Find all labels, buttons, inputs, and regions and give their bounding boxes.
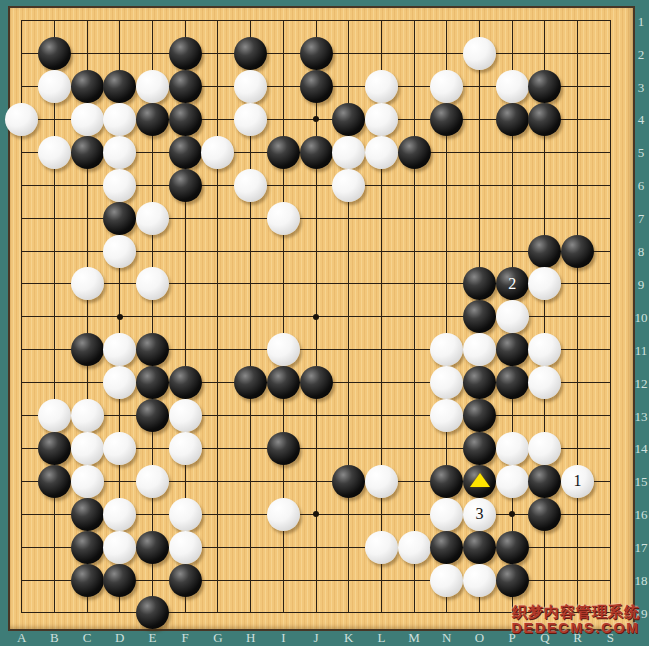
stone-white[interactable] bbox=[103, 136, 136, 169]
stone-white[interactable] bbox=[528, 267, 561, 300]
stone-black[interactable] bbox=[528, 103, 561, 136]
stone-white[interactable] bbox=[169, 498, 202, 531]
stone-black[interactable] bbox=[267, 432, 300, 465]
stone-white[interactable] bbox=[430, 333, 463, 366]
stone-black[interactable] bbox=[169, 103, 202, 136]
stone-black[interactable] bbox=[463, 267, 496, 300]
stone-white[interactable] bbox=[398, 531, 431, 564]
stone-white[interactable] bbox=[365, 70, 398, 103]
go-app: ABCDEFGHIJKLMNOPQRS123456789101112131415… bbox=[0, 0, 649, 646]
stone-black[interactable] bbox=[300, 366, 333, 399]
stone-white[interactable] bbox=[430, 498, 463, 531]
stone-white[interactable] bbox=[103, 333, 136, 366]
column-label: I bbox=[273, 631, 293, 644]
stone-black[interactable] bbox=[463, 432, 496, 465]
row-label: 13 bbox=[630, 410, 649, 423]
column-label: A bbox=[12, 631, 32, 644]
stone-white[interactable] bbox=[267, 333, 300, 366]
star-point bbox=[313, 116, 319, 122]
stone-black[interactable] bbox=[38, 37, 71, 70]
stone-white[interactable] bbox=[136, 70, 169, 103]
stone-black[interactable] bbox=[267, 366, 300, 399]
stone-black[interactable] bbox=[71, 531, 104, 564]
stone-black[interactable] bbox=[528, 70, 561, 103]
row-label: 1 bbox=[630, 15, 649, 28]
stone-black[interactable] bbox=[398, 136, 431, 169]
board-overlay: ABCDEFGHIJKLMNOPQRS123456789101112131415… bbox=[0, 0, 649, 646]
stone-white[interactable] bbox=[234, 169, 267, 202]
stone-white[interactable] bbox=[71, 399, 104, 432]
stone-black[interactable] bbox=[136, 366, 169, 399]
stone-black[interactable] bbox=[234, 366, 267, 399]
stone-black[interactable] bbox=[71, 564, 104, 597]
stone-white[interactable] bbox=[365, 136, 398, 169]
column-label: F bbox=[175, 631, 195, 644]
row-label: 10 bbox=[630, 311, 649, 324]
stone-black[interactable] bbox=[267, 136, 300, 169]
stone-white[interactable] bbox=[103, 103, 136, 136]
stone-white[interactable] bbox=[430, 399, 463, 432]
move-number-label: 3 bbox=[476, 506, 484, 522]
stone-white[interactable] bbox=[234, 70, 267, 103]
column-label: M bbox=[404, 631, 424, 644]
row-label: 17 bbox=[630, 541, 649, 554]
stone-white[interactable] bbox=[38, 70, 71, 103]
stone-black[interactable] bbox=[430, 103, 463, 136]
stone-black[interactable] bbox=[136, 531, 169, 564]
stone-black[interactable] bbox=[496, 531, 529, 564]
stone-black[interactable]: 2 bbox=[496, 267, 529, 300]
star-point bbox=[509, 511, 515, 517]
stone-black[interactable] bbox=[38, 432, 71, 465]
grid-line-horizontal bbox=[21, 415, 611, 416]
stone-white[interactable] bbox=[430, 564, 463, 597]
stone-black[interactable] bbox=[332, 103, 365, 136]
stone-black[interactable] bbox=[528, 235, 561, 268]
stone-black[interactable] bbox=[169, 564, 202, 597]
stone-black[interactable] bbox=[496, 103, 529, 136]
stone-white[interactable] bbox=[234, 103, 267, 136]
stone-white[interactable] bbox=[365, 103, 398, 136]
stone-white[interactable] bbox=[5, 103, 38, 136]
stone-white[interactable] bbox=[136, 267, 169, 300]
stone-black[interactable] bbox=[136, 103, 169, 136]
stone-white[interactable] bbox=[496, 300, 529, 333]
stone-black[interactable] bbox=[103, 70, 136, 103]
grid-line-vertical bbox=[577, 20, 578, 613]
stone-black[interactable] bbox=[71, 70, 104, 103]
move-number-label: 2 bbox=[508, 276, 516, 292]
stone-white[interactable] bbox=[38, 399, 71, 432]
stone-white[interactable]: 3 bbox=[463, 498, 496, 531]
stone-white[interactable] bbox=[463, 37, 496, 70]
stone-black[interactable] bbox=[136, 333, 169, 366]
stone-white[interactable] bbox=[103, 432, 136, 465]
stone-black[interactable] bbox=[136, 596, 169, 629]
star-point bbox=[117, 314, 123, 320]
stone-white[interactable] bbox=[201, 136, 234, 169]
row-label: 3 bbox=[630, 81, 649, 94]
stone-black[interactable] bbox=[71, 498, 104, 531]
stone-white[interactable] bbox=[267, 498, 300, 531]
stone-black[interactable] bbox=[463, 300, 496, 333]
column-label: K bbox=[339, 631, 359, 644]
stone-black[interactable] bbox=[103, 564, 136, 597]
column-label: E bbox=[143, 631, 163, 644]
triangle-marker bbox=[470, 473, 490, 487]
stone-black[interactable] bbox=[463, 531, 496, 564]
stone-white[interactable] bbox=[103, 531, 136, 564]
move-number-label: 1 bbox=[574, 473, 582, 489]
column-label: D bbox=[110, 631, 130, 644]
row-label: 9 bbox=[630, 278, 649, 291]
column-label: H bbox=[241, 631, 261, 644]
column-label: G bbox=[208, 631, 228, 644]
row-label: 15 bbox=[630, 475, 649, 488]
stone-black[interactable] bbox=[430, 465, 463, 498]
stone-black[interactable] bbox=[300, 136, 333, 169]
stone-white[interactable] bbox=[365, 531, 398, 564]
stone-white[interactable] bbox=[496, 465, 529, 498]
stone-white[interactable] bbox=[38, 136, 71, 169]
stone-white[interactable] bbox=[496, 432, 529, 465]
stone-white[interactable]: 1 bbox=[561, 465, 594, 498]
stone-white[interactable] bbox=[430, 366, 463, 399]
row-label: 12 bbox=[630, 377, 649, 390]
row-label: 5 bbox=[630, 146, 649, 159]
stone-white[interactable] bbox=[103, 366, 136, 399]
stone-white[interactable] bbox=[71, 267, 104, 300]
stone-black[interactable] bbox=[38, 465, 71, 498]
stone-white[interactable] bbox=[71, 465, 104, 498]
stone-white[interactable] bbox=[169, 531, 202, 564]
stone-black[interactable] bbox=[169, 169, 202, 202]
column-label: C bbox=[77, 631, 97, 644]
column-label: O bbox=[470, 631, 490, 644]
stone-white[interactable] bbox=[103, 498, 136, 531]
stone-white[interactable] bbox=[332, 169, 365, 202]
stone-white[interactable] bbox=[71, 432, 104, 465]
watermark: 织梦内容管理系统 DEDECMS.COM bbox=[511, 604, 640, 636]
stone-black[interactable] bbox=[71, 333, 104, 366]
stone-black[interactable] bbox=[528, 465, 561, 498]
watermark-line2: DEDECMS.COM bbox=[511, 621, 640, 637]
stone-black[interactable] bbox=[234, 37, 267, 70]
row-label: 7 bbox=[630, 212, 649, 225]
stone-black[interactable] bbox=[496, 333, 529, 366]
stone-black[interactable] bbox=[169, 366, 202, 399]
stone-black[interactable] bbox=[496, 564, 529, 597]
stone-white[interactable] bbox=[528, 366, 561, 399]
stone-black[interactable] bbox=[169, 37, 202, 70]
stone-black[interactable] bbox=[169, 70, 202, 103]
grid-line-vertical bbox=[414, 20, 415, 613]
stone-white[interactable] bbox=[496, 70, 529, 103]
stone-white[interactable] bbox=[136, 465, 169, 498]
column-label: L bbox=[371, 631, 391, 644]
stone-white[interactable] bbox=[528, 432, 561, 465]
stone-white[interactable] bbox=[332, 136, 365, 169]
stone-black[interactable] bbox=[300, 37, 333, 70]
stone-white[interactable] bbox=[169, 432, 202, 465]
stone-white[interactable] bbox=[169, 399, 202, 432]
column-label: B bbox=[44, 631, 64, 644]
column-label: J bbox=[306, 631, 326, 644]
stone-white[interactable] bbox=[463, 333, 496, 366]
stone-white[interactable] bbox=[136, 202, 169, 235]
row-label: 2 bbox=[630, 48, 649, 61]
stone-black[interactable] bbox=[169, 136, 202, 169]
grid-line-vertical bbox=[610, 20, 611, 613]
stone-black[interactable] bbox=[528, 498, 561, 531]
stone-black[interactable] bbox=[300, 70, 333, 103]
star-point bbox=[313, 511, 319, 517]
stone-black[interactable] bbox=[136, 399, 169, 432]
stone-white[interactable] bbox=[71, 103, 104, 136]
row-label: 14 bbox=[630, 442, 649, 455]
row-label: 16 bbox=[630, 508, 649, 521]
column-label: N bbox=[437, 631, 457, 644]
watermark-line1: 织梦内容管理系统 bbox=[511, 604, 640, 621]
stone-black[interactable] bbox=[463, 399, 496, 432]
stone-black[interactable] bbox=[463, 366, 496, 399]
stone-black[interactable] bbox=[71, 136, 104, 169]
row-label: 18 bbox=[630, 574, 649, 587]
stone-white[interactable] bbox=[267, 202, 300, 235]
stone-black[interactable] bbox=[103, 202, 136, 235]
stone-white[interactable] bbox=[103, 235, 136, 268]
stone-black[interactable] bbox=[430, 531, 463, 564]
row-label: 4 bbox=[630, 113, 649, 126]
row-label: 11 bbox=[630, 344, 649, 357]
stone-white[interactable] bbox=[430, 70, 463, 103]
stone-black[interactable] bbox=[561, 235, 594, 268]
row-label: 6 bbox=[630, 179, 649, 192]
stone-white[interactable] bbox=[463, 564, 496, 597]
row-label: 8 bbox=[630, 245, 649, 258]
stone-white[interactable] bbox=[365, 465, 398, 498]
stone-white[interactable] bbox=[103, 169, 136, 202]
star-point bbox=[313, 314, 319, 320]
stone-black[interactable] bbox=[332, 465, 365, 498]
stone-black[interactable] bbox=[496, 366, 529, 399]
stone-white[interactable] bbox=[528, 333, 561, 366]
